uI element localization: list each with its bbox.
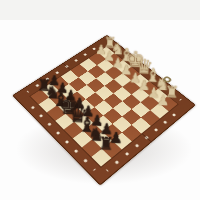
square-a8[interactable]: ♜ xyxy=(91,148,111,166)
piece-black-rook[interactable]: ♜ xyxy=(91,135,123,154)
chess-set-photo: ♜♞♝♛♚♝♞♜♟♟♟♟♟♟♟♟♟♟♟♟♟♟♟♟♜♞♝♛♚♝♞♜ xyxy=(0,0,200,200)
perspective-tilt: ♜♞♝♛♚♝♞♜♟♟♟♟♟♟♟♟♟♟♟♟♟♟♟♟♜♞♝♛♚♝♞♜ xyxy=(0,0,200,200)
board-grid: ♜♞♝♛♚♝♞♜♟♟♟♟♟♟♟♟♟♟♟♟♟♟♟♟♜♞♝♛♚♝♞♜ xyxy=(31,47,178,167)
chess-board: ♜♞♝♛♚♝♞♜♟♟♟♟♟♟♟♟♟♟♟♟♟♟♟♟♜♞♝♛♚♝♞♜ xyxy=(12,35,196,186)
scene: ♜♞♝♛♚♝♞♜♟♟♟♟♟♟♟♟♟♟♟♟♟♟♟♟♜♞♝♛♚♝♞♜ xyxy=(0,0,200,200)
piece-white-pawn[interactable]: ♟ xyxy=(149,93,178,109)
square-b3[interactable] xyxy=(132,102,151,117)
